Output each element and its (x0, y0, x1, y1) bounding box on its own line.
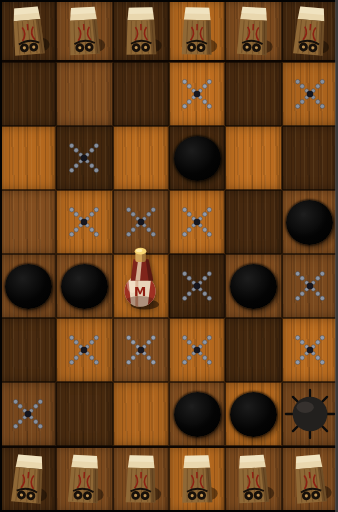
totem-figure (230, 0, 277, 62)
cell-r6c5[interactable] (225, 382, 281, 446)
cell-r3c6[interactable] (282, 190, 338, 254)
bottom-border-cell-3 (113, 446, 169, 512)
cell-r6c2[interactable] (56, 382, 112, 446)
top-border-cell-6 (282, 0, 338, 62)
cell-r1c3[interactable] (113, 62, 169, 126)
top-border-cell-3 (113, 0, 169, 62)
cell-r2c3[interactable] (113, 126, 169, 190)
black-stone (230, 264, 277, 309)
bottom-border-cell-4 (169, 446, 225, 512)
cell-r1c4[interactable] (169, 62, 225, 126)
cell-r2c2[interactable] (56, 126, 112, 190)
cracked-cross-mark (174, 71, 220, 117)
black-stone (286, 200, 333, 245)
totem-figure (118, 449, 163, 510)
cracked-cross-mark (287, 327, 333, 373)
totem-figure (118, 1, 163, 62)
totem-figure (230, 448, 277, 510)
game-board-screen: M (0, 0, 338, 512)
totem-figure (285, 0, 334, 63)
cell-r1c6[interactable] (282, 62, 338, 126)
cracked-cross-mark (174, 327, 220, 373)
cell-r3c1[interactable] (0, 190, 56, 254)
bottom-border-cell-5 (225, 446, 281, 512)
cracked-cross-mark (61, 327, 107, 373)
cell-r3c4[interactable] (169, 190, 225, 254)
cell-r4c4[interactable] (169, 254, 225, 318)
cell-r6c6[interactable] (282, 382, 338, 446)
totem-figure (175, 1, 220, 62)
cracked-cross-mark (118, 199, 164, 245)
board-grid: M (0, 0, 338, 512)
black-stone (230, 392, 277, 437)
cell-r4c6[interactable] (282, 254, 338, 318)
cell-r5c4[interactable] (169, 318, 225, 382)
bottom-border-cell-1 (0, 446, 56, 512)
player-pawn-m[interactable]: M (114, 245, 168, 311)
cell-r5c6[interactable] (282, 318, 338, 382)
cell-r3c2[interactable] (56, 190, 112, 254)
cracked-cross-mark (5, 391, 51, 437)
top-border-cell-2 (56, 0, 112, 62)
black-stone (174, 136, 221, 181)
cell-r5c2[interactable] (56, 318, 112, 382)
cell-r6c1[interactable] (0, 382, 56, 446)
pawn-letter: M (134, 285, 146, 299)
top-border-cell-1 (0, 0, 56, 62)
black-stone (61, 264, 108, 309)
cell-r2c1[interactable] (0, 126, 56, 190)
cracked-cross-mark (174, 263, 220, 309)
totem-figure (4, 447, 53, 511)
cell-r2c5[interactable] (225, 126, 281, 190)
cracked-cross-mark (118, 327, 164, 373)
bottom-border-cell-2 (56, 446, 112, 512)
bottom-border-cell-6 (282, 446, 338, 512)
black-stone (5, 264, 52, 309)
cell-r5c5[interactable] (225, 318, 281, 382)
cell-r1c2[interactable] (56, 62, 112, 126)
cell-r6c3[interactable] (113, 382, 169, 446)
cell-r1c5[interactable] (225, 62, 281, 126)
top-border-cell-4 (169, 0, 225, 62)
cracked-cross-mark (287, 263, 333, 309)
totem-figure (61, 448, 108, 510)
cell-r4c2[interactable] (56, 254, 112, 318)
top-border-cell-5 (225, 0, 281, 62)
totem-figure (175, 449, 220, 510)
cell-r4c3[interactable]: M (113, 254, 169, 318)
cracked-cross-mark (61, 199, 107, 245)
cell-r1c1[interactable] (0, 62, 56, 126)
totem-figure (4, 0, 53, 63)
black-stone (174, 392, 221, 437)
cell-r4c1[interactable] (0, 254, 56, 318)
cracked-cross-mark (61, 135, 107, 181)
totem-figure (61, 0, 108, 62)
cracked-cross-mark (174, 199, 220, 245)
cell-r6c4[interactable] (169, 382, 225, 446)
spiked-mine (283, 387, 337, 441)
cell-r4c5[interactable] (225, 254, 281, 318)
cell-r5c3[interactable] (113, 318, 169, 382)
totem-figure (285, 447, 334, 511)
cell-r2c6[interactable] (282, 126, 338, 190)
cell-r5c1[interactable] (0, 318, 56, 382)
cracked-cross-mark (287, 71, 333, 117)
cell-r2c4[interactable] (169, 126, 225, 190)
cell-r3c5[interactable] (225, 190, 281, 254)
